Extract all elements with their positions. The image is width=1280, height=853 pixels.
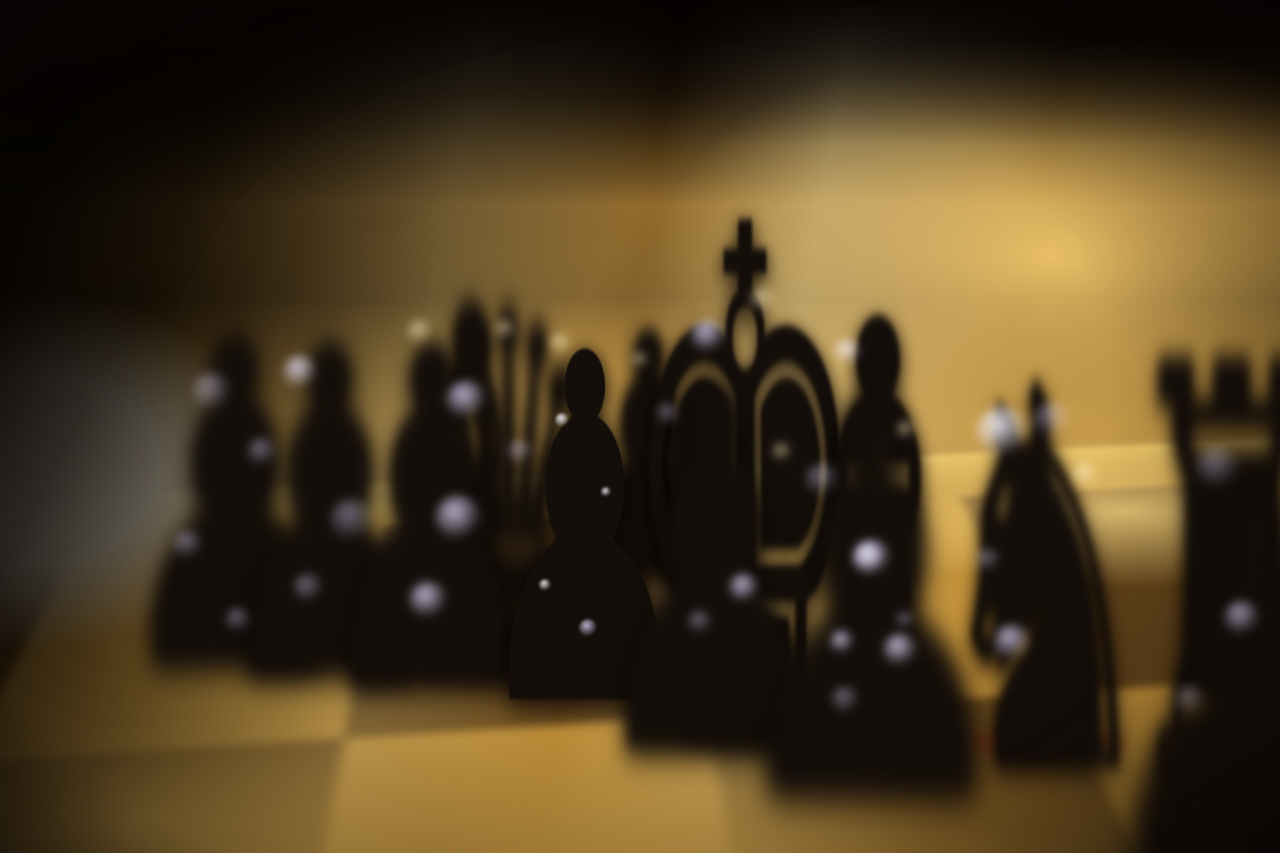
chessboard-photo-scene: ♟♟♟♝♛♟♟♚♟♝♟♞♜♟	[0, 0, 1280, 853]
bokeh-highlight	[435, 495, 481, 541]
bokeh-highlight	[1072, 462, 1098, 488]
bokeh-highlight	[1196, 446, 1240, 490]
bokeh-highlight	[173, 530, 203, 560]
bokeh-highlight	[805, 463, 839, 497]
bokeh-highlight	[409, 581, 447, 619]
bokeh-highlight	[507, 439, 533, 465]
bokeh-highlight	[446, 380, 486, 420]
piece-pawn-h7: ♟	[1057, 424, 1280, 853]
bokeh-highlight	[831, 686, 859, 714]
bokeh-highlight	[283, 355, 317, 389]
bokeh-highlight	[830, 630, 854, 654]
bokeh-highlight	[293, 573, 323, 603]
bokeh-highlight	[601, 487, 611, 497]
bokeh-highlight	[749, 287, 775, 313]
bokeh-highlight	[657, 403, 679, 425]
bokeh-highlight	[691, 319, 725, 353]
bokeh-highlight	[1224, 600, 1260, 636]
bokeh-highlight	[407, 319, 433, 345]
bokeh-highlight	[1033, 401, 1071, 439]
bokeh-highlight	[555, 413, 569, 427]
bokeh-highlight	[631, 351, 649, 369]
bokeh-highlight	[994, 624, 1030, 660]
bokeh-highlight	[896, 611, 914, 629]
bokeh-highlight	[494, 319, 516, 341]
bokeh-highlight	[853, 539, 891, 577]
bokeh-highlight	[549, 333, 571, 355]
bokeh-highlight	[896, 420, 916, 440]
bokeh-highlight	[192, 372, 232, 412]
bokeh-highlight	[976, 548, 1000, 572]
bokeh-highlight	[883, 633, 917, 667]
bokeh-highlight	[225, 607, 251, 633]
bokeh-highlight	[539, 579, 551, 591]
bokeh-highlight	[330, 498, 374, 542]
bokeh-highlight	[772, 442, 792, 462]
bokeh-highlight	[835, 339, 861, 365]
bokeh-highlight	[688, 610, 712, 634]
bokeh-highlight	[729, 573, 759, 603]
bokeh-highlight	[976, 406, 1028, 458]
bokeh-highlight	[1175, 685, 1205, 715]
bokeh-highlight	[579, 619, 597, 637]
bokeh-highlight	[247, 437, 277, 467]
